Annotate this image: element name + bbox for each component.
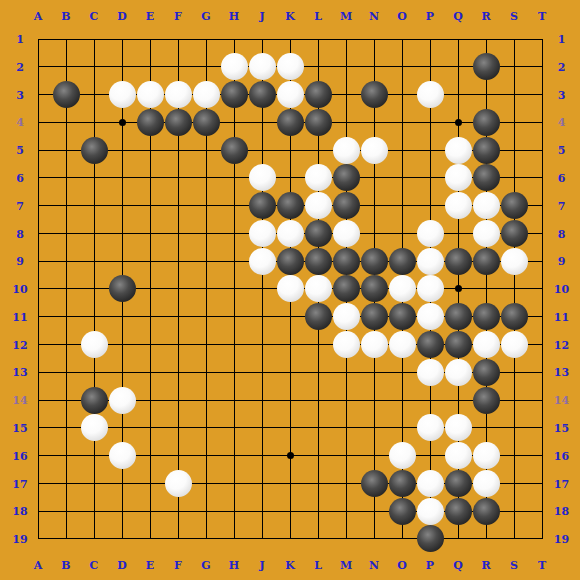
intersection-M12[interactable] [332, 331, 360, 359]
intersection-E16[interactable] [136, 442, 164, 470]
intersection-M4[interactable] [332, 108, 360, 136]
intersection-D13[interactable] [108, 358, 136, 386]
intersection-H1[interactable] [220, 25, 248, 53]
intersection-F14[interactable] [164, 386, 192, 414]
intersection-B7[interactable] [52, 192, 80, 220]
intersection-N1[interactable] [360, 25, 388, 53]
intersection-N4[interactable] [360, 108, 388, 136]
intersection-C17[interactable] [80, 469, 108, 497]
intersection-L8[interactable] [304, 220, 332, 248]
intersection-S1[interactable] [500, 25, 528, 53]
intersection-O14[interactable] [388, 386, 416, 414]
intersection-C2[interactable] [80, 53, 108, 81]
intersection-J5[interactable] [248, 136, 276, 164]
intersection-F7[interactable] [164, 192, 192, 220]
intersection-A4[interactable] [24, 108, 52, 136]
intersection-N14[interactable] [360, 386, 388, 414]
intersection-L2[interactable] [304, 53, 332, 81]
intersection-P17[interactable] [416, 469, 444, 497]
intersection-E2[interactable] [136, 53, 164, 81]
intersection-P19[interactable] [416, 525, 444, 553]
intersection-D2[interactable] [108, 53, 136, 81]
intersection-K10[interactable] [276, 275, 304, 303]
intersection-M19[interactable] [332, 525, 360, 553]
intersection-D16[interactable] [108, 442, 136, 470]
intersection-O1[interactable] [388, 25, 416, 53]
intersection-T7[interactable] [528, 192, 556, 220]
intersection-R18[interactable] [472, 497, 500, 525]
intersection-C6[interactable] [80, 164, 108, 192]
intersection-B14[interactable] [52, 386, 80, 414]
intersection-O18[interactable] [388, 497, 416, 525]
intersection-Q14[interactable] [444, 386, 472, 414]
intersection-J3[interactable] [248, 81, 276, 109]
intersection-N7[interactable] [360, 192, 388, 220]
intersection-D7[interactable] [108, 192, 136, 220]
intersection-E5[interactable] [136, 136, 164, 164]
intersection-D10[interactable] [108, 275, 136, 303]
intersection-C4[interactable] [80, 108, 108, 136]
intersection-M6[interactable] [332, 164, 360, 192]
intersection-C16[interactable] [80, 442, 108, 470]
intersection-E14[interactable] [136, 386, 164, 414]
intersection-L7[interactable] [304, 192, 332, 220]
intersection-N10[interactable] [360, 275, 388, 303]
intersection-E18[interactable] [136, 497, 164, 525]
intersection-G12[interactable] [192, 331, 220, 359]
intersection-C18[interactable] [80, 497, 108, 525]
intersection-Q16[interactable] [444, 442, 472, 470]
intersection-E11[interactable] [136, 303, 164, 331]
intersection-B19[interactable] [52, 525, 80, 553]
intersection-N16[interactable] [360, 442, 388, 470]
intersection-R4[interactable] [472, 108, 500, 136]
intersection-H9[interactable] [220, 247, 248, 275]
intersection-K4[interactable] [276, 108, 304, 136]
intersection-B13[interactable] [52, 358, 80, 386]
intersection-M11[interactable] [332, 303, 360, 331]
intersection-P14[interactable] [416, 386, 444, 414]
intersection-T2[interactable] [528, 53, 556, 81]
intersection-S16[interactable] [500, 442, 528, 470]
intersection-K16[interactable] [276, 442, 304, 470]
intersection-F6[interactable] [164, 164, 192, 192]
intersection-G6[interactable] [192, 164, 220, 192]
intersection-Q4[interactable] [444, 108, 472, 136]
intersection-A3[interactable] [24, 81, 52, 109]
intersection-M2[interactable] [332, 53, 360, 81]
intersection-N17[interactable] [360, 469, 388, 497]
intersection-A13[interactable] [24, 358, 52, 386]
intersection-J12[interactable] [248, 331, 276, 359]
intersection-A2[interactable] [24, 53, 52, 81]
intersection-A17[interactable] [24, 469, 52, 497]
intersection-R19[interactable] [472, 525, 500, 553]
intersection-R12[interactable] [472, 331, 500, 359]
intersection-L18[interactable] [304, 497, 332, 525]
intersection-K11[interactable] [276, 303, 304, 331]
intersection-P2[interactable] [416, 53, 444, 81]
intersection-J8[interactable] [248, 220, 276, 248]
intersection-C5[interactable] [80, 136, 108, 164]
intersection-D3[interactable] [108, 81, 136, 109]
intersection-J16[interactable] [248, 442, 276, 470]
intersection-P16[interactable] [416, 442, 444, 470]
intersection-O6[interactable] [388, 164, 416, 192]
intersection-S2[interactable] [500, 53, 528, 81]
intersection-J14[interactable] [248, 386, 276, 414]
intersection-R7[interactable] [472, 192, 500, 220]
intersection-D19[interactable] [108, 525, 136, 553]
intersection-S10[interactable] [500, 275, 528, 303]
intersection-H7[interactable] [220, 192, 248, 220]
intersection-A11[interactable] [24, 303, 52, 331]
intersection-D6[interactable] [108, 164, 136, 192]
intersection-G4[interactable] [192, 108, 220, 136]
intersection-J19[interactable] [248, 525, 276, 553]
intersection-M9[interactable] [332, 247, 360, 275]
intersection-G14[interactable] [192, 386, 220, 414]
intersection-H12[interactable] [220, 331, 248, 359]
intersection-O8[interactable] [388, 220, 416, 248]
intersection-R16[interactable] [472, 442, 500, 470]
intersection-K6[interactable] [276, 164, 304, 192]
intersection-O4[interactable] [388, 108, 416, 136]
intersection-H5[interactable] [220, 136, 248, 164]
intersection-L1[interactable] [304, 25, 332, 53]
intersection-H13[interactable] [220, 358, 248, 386]
intersection-O11[interactable] [388, 303, 416, 331]
intersection-S17[interactable] [500, 469, 528, 497]
intersection-N19[interactable] [360, 525, 388, 553]
intersection-E6[interactable] [136, 164, 164, 192]
intersection-M7[interactable] [332, 192, 360, 220]
intersection-F19[interactable] [164, 525, 192, 553]
intersection-A1[interactable] [24, 25, 52, 53]
intersection-G16[interactable] [192, 442, 220, 470]
intersection-D5[interactable] [108, 136, 136, 164]
intersection-E10[interactable] [136, 275, 164, 303]
intersection-E1[interactable] [136, 25, 164, 53]
intersection-O16[interactable] [388, 442, 416, 470]
intersection-P13[interactable] [416, 358, 444, 386]
intersection-R8[interactable] [472, 220, 500, 248]
intersection-E12[interactable] [136, 331, 164, 359]
intersection-T15[interactable] [528, 414, 556, 442]
intersection-D8[interactable] [108, 220, 136, 248]
intersection-H19[interactable] [220, 525, 248, 553]
intersection-Q5[interactable] [444, 136, 472, 164]
intersection-T12[interactable] [528, 331, 556, 359]
intersection-Q12[interactable] [444, 331, 472, 359]
intersection-C7[interactable] [80, 192, 108, 220]
intersection-B6[interactable] [52, 164, 80, 192]
intersection-H11[interactable] [220, 303, 248, 331]
intersection-T10[interactable] [528, 275, 556, 303]
intersection-S5[interactable] [500, 136, 528, 164]
intersection-T1[interactable] [528, 25, 556, 53]
intersection-P11[interactable] [416, 303, 444, 331]
intersection-R11[interactable] [472, 303, 500, 331]
intersection-J7[interactable] [248, 192, 276, 220]
intersection-P18[interactable] [416, 497, 444, 525]
intersection-G3[interactable] [192, 81, 220, 109]
intersection-S19[interactable] [500, 525, 528, 553]
intersection-R9[interactable] [472, 247, 500, 275]
intersection-Q8[interactable] [444, 220, 472, 248]
intersection-P9[interactable] [416, 247, 444, 275]
intersection-C3[interactable] [80, 81, 108, 109]
intersection-T18[interactable] [528, 497, 556, 525]
intersection-N3[interactable] [360, 81, 388, 109]
intersection-M14[interactable] [332, 386, 360, 414]
intersection-C9[interactable] [80, 247, 108, 275]
intersection-K8[interactable] [276, 220, 304, 248]
intersection-N11[interactable] [360, 303, 388, 331]
intersection-M1[interactable] [332, 25, 360, 53]
intersection-G2[interactable] [192, 53, 220, 81]
intersection-K1[interactable] [276, 25, 304, 53]
intersection-F13[interactable] [164, 358, 192, 386]
intersection-Q3[interactable] [444, 81, 472, 109]
intersection-J10[interactable] [248, 275, 276, 303]
intersection-S7[interactable] [500, 192, 528, 220]
intersection-C10[interactable] [80, 275, 108, 303]
intersection-F12[interactable] [164, 331, 192, 359]
intersection-O5[interactable] [388, 136, 416, 164]
intersection-K7[interactable] [276, 192, 304, 220]
intersection-C1[interactable] [80, 25, 108, 53]
intersection-L11[interactable] [304, 303, 332, 331]
intersection-R14[interactable] [472, 386, 500, 414]
intersection-L16[interactable] [304, 442, 332, 470]
intersection-K9[interactable] [276, 247, 304, 275]
intersection-P5[interactable] [416, 136, 444, 164]
intersection-M8[interactable] [332, 220, 360, 248]
intersection-Q18[interactable] [444, 497, 472, 525]
intersection-G10[interactable] [192, 275, 220, 303]
intersection-N18[interactable] [360, 497, 388, 525]
intersection-B12[interactable] [52, 331, 80, 359]
intersection-C13[interactable] [80, 358, 108, 386]
intersection-N2[interactable] [360, 53, 388, 81]
intersection-H16[interactable] [220, 442, 248, 470]
intersection-L6[interactable] [304, 164, 332, 192]
intersection-G11[interactable] [192, 303, 220, 331]
intersection-T5[interactable] [528, 136, 556, 164]
intersection-L5[interactable] [304, 136, 332, 164]
intersection-B4[interactable] [52, 108, 80, 136]
intersection-L13[interactable] [304, 358, 332, 386]
intersection-Q13[interactable] [444, 358, 472, 386]
intersection-F4[interactable] [164, 108, 192, 136]
intersection-S15[interactable] [500, 414, 528, 442]
intersection-H2[interactable] [220, 53, 248, 81]
intersection-G13[interactable] [192, 358, 220, 386]
intersection-P6[interactable] [416, 164, 444, 192]
intersection-G19[interactable] [192, 525, 220, 553]
intersection-P8[interactable] [416, 220, 444, 248]
intersection-H14[interactable] [220, 386, 248, 414]
intersection-O9[interactable] [388, 247, 416, 275]
intersection-L17[interactable] [304, 469, 332, 497]
intersection-K3[interactable] [276, 81, 304, 109]
intersection-B2[interactable] [52, 53, 80, 81]
intersection-A7[interactable] [24, 192, 52, 220]
intersection-O12[interactable] [388, 331, 416, 359]
intersection-H18[interactable] [220, 497, 248, 525]
intersection-D4[interactable] [108, 108, 136, 136]
intersection-A6[interactable] [24, 164, 52, 192]
intersection-N15[interactable] [360, 414, 388, 442]
intersection-R15[interactable] [472, 414, 500, 442]
intersection-R17[interactable] [472, 469, 500, 497]
intersection-J11[interactable] [248, 303, 276, 331]
intersection-D9[interactable] [108, 247, 136, 275]
intersection-S4[interactable] [500, 108, 528, 136]
intersection-A8[interactable] [24, 220, 52, 248]
intersection-H6[interactable] [220, 164, 248, 192]
intersection-Q10[interactable] [444, 275, 472, 303]
intersection-M18[interactable] [332, 497, 360, 525]
intersection-L15[interactable] [304, 414, 332, 442]
intersection-M16[interactable] [332, 442, 360, 470]
intersection-C15[interactable] [80, 414, 108, 442]
intersection-H10[interactable] [220, 275, 248, 303]
intersection-E15[interactable] [136, 414, 164, 442]
intersection-G17[interactable] [192, 469, 220, 497]
intersection-T11[interactable] [528, 303, 556, 331]
intersection-T14[interactable] [528, 386, 556, 414]
intersection-E3[interactable] [136, 81, 164, 109]
intersection-F11[interactable] [164, 303, 192, 331]
intersection-O10[interactable] [388, 275, 416, 303]
intersection-B18[interactable] [52, 497, 80, 525]
intersection-G5[interactable] [192, 136, 220, 164]
intersection-F10[interactable] [164, 275, 192, 303]
intersection-S11[interactable] [500, 303, 528, 331]
intersection-Q15[interactable] [444, 414, 472, 442]
intersection-B10[interactable] [52, 275, 80, 303]
intersection-K17[interactable] [276, 469, 304, 497]
intersection-T9[interactable] [528, 247, 556, 275]
intersection-H15[interactable] [220, 414, 248, 442]
intersection-P4[interactable] [416, 108, 444, 136]
intersection-A12[interactable] [24, 331, 52, 359]
intersection-N8[interactable] [360, 220, 388, 248]
intersection-M10[interactable] [332, 275, 360, 303]
intersection-R3[interactable] [472, 81, 500, 109]
intersection-E7[interactable] [136, 192, 164, 220]
intersection-S3[interactable] [500, 81, 528, 109]
intersection-G7[interactable] [192, 192, 220, 220]
intersection-G18[interactable] [192, 497, 220, 525]
intersection-T6[interactable] [528, 164, 556, 192]
intersection-K18[interactable] [276, 497, 304, 525]
intersection-P10[interactable] [416, 275, 444, 303]
intersection-R10[interactable] [472, 275, 500, 303]
intersection-S8[interactable] [500, 220, 528, 248]
intersection-G8[interactable] [192, 220, 220, 248]
intersection-T17[interactable] [528, 469, 556, 497]
intersection-A5[interactable] [24, 136, 52, 164]
intersection-H8[interactable] [220, 220, 248, 248]
intersection-T3[interactable] [528, 81, 556, 109]
intersection-S18[interactable] [500, 497, 528, 525]
intersection-R13[interactable] [472, 358, 500, 386]
intersection-P7[interactable] [416, 192, 444, 220]
intersection-Q17[interactable] [444, 469, 472, 497]
intersection-K12[interactable] [276, 331, 304, 359]
intersection-A9[interactable] [24, 247, 52, 275]
intersection-H4[interactable] [220, 108, 248, 136]
intersection-D18[interactable] [108, 497, 136, 525]
intersection-Q2[interactable] [444, 53, 472, 81]
intersection-K5[interactable] [276, 136, 304, 164]
intersection-O13[interactable] [388, 358, 416, 386]
intersection-A10[interactable] [24, 275, 52, 303]
intersection-B8[interactable] [52, 220, 80, 248]
intersection-J2[interactable] [248, 53, 276, 81]
intersection-A18[interactable] [24, 497, 52, 525]
intersection-J15[interactable] [248, 414, 276, 442]
intersection-E13[interactable] [136, 358, 164, 386]
intersection-B17[interactable] [52, 469, 80, 497]
intersection-G1[interactable] [192, 25, 220, 53]
intersection-D11[interactable] [108, 303, 136, 331]
intersection-R6[interactable] [472, 164, 500, 192]
intersection-J17[interactable] [248, 469, 276, 497]
intersection-J13[interactable] [248, 358, 276, 386]
intersection-R5[interactable] [472, 136, 500, 164]
intersection-F17[interactable] [164, 469, 192, 497]
intersection-E9[interactable] [136, 247, 164, 275]
intersection-O19[interactable] [388, 525, 416, 553]
intersection-M15[interactable] [332, 414, 360, 442]
intersection-B9[interactable] [52, 247, 80, 275]
intersection-O3[interactable] [388, 81, 416, 109]
intersection-T19[interactable] [528, 525, 556, 553]
intersection-S6[interactable] [500, 164, 528, 192]
intersection-Q9[interactable] [444, 247, 472, 275]
intersection-F2[interactable] [164, 53, 192, 81]
intersection-B11[interactable] [52, 303, 80, 331]
intersection-L3[interactable] [304, 81, 332, 109]
intersection-C14[interactable] [80, 386, 108, 414]
intersection-N9[interactable] [360, 247, 388, 275]
intersection-F8[interactable] [164, 220, 192, 248]
intersection-T4[interactable] [528, 108, 556, 136]
intersection-T16[interactable] [528, 442, 556, 470]
intersection-Q6[interactable] [444, 164, 472, 192]
intersection-E8[interactable] [136, 220, 164, 248]
intersection-H17[interactable] [220, 469, 248, 497]
intersection-P12[interactable] [416, 331, 444, 359]
intersection-R2[interactable] [472, 53, 500, 81]
intersection-D1[interactable] [108, 25, 136, 53]
intersection-Q19[interactable] [444, 525, 472, 553]
intersection-J18[interactable] [248, 497, 276, 525]
intersection-Q1[interactable] [444, 25, 472, 53]
intersection-L12[interactable] [304, 331, 332, 359]
intersection-M5[interactable] [332, 136, 360, 164]
intersection-S14[interactable] [500, 386, 528, 414]
go-board[interactable] [24, 25, 556, 553]
intersection-D15[interactable] [108, 414, 136, 442]
intersection-T13[interactable] [528, 358, 556, 386]
intersection-C12[interactable] [80, 331, 108, 359]
intersection-F1[interactable] [164, 25, 192, 53]
